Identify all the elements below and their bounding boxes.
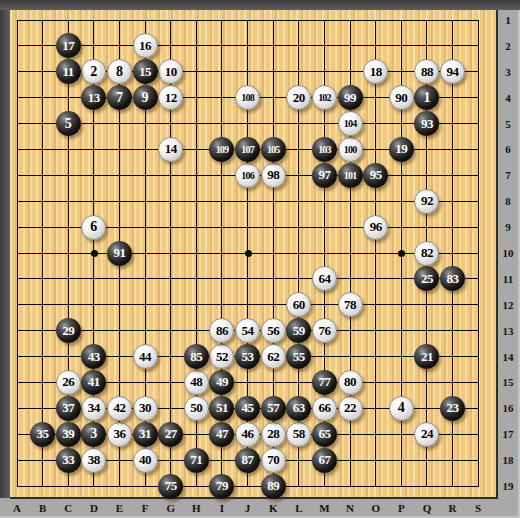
row-label-5: 5 <box>498 117 518 131</box>
column-label-G: G <box>162 501 180 515</box>
row-label-6: 6 <box>498 142 518 156</box>
stone-85-H14[interactable]: 85 <box>184 344 209 369</box>
stone-101-N7[interactable]: 101 <box>338 163 363 188</box>
column-label-D: D <box>85 501 103 515</box>
row-label-2: 2 <box>498 39 518 53</box>
stone-14-G6[interactable]: 14 <box>158 137 183 162</box>
grid-line-horizontal <box>17 201 479 202</box>
stone-20-L4[interactable]: 20 <box>286 85 311 110</box>
row-label-10: 10 <box>498 246 518 260</box>
stone-71-H18[interactable]: 71 <box>184 448 209 473</box>
go-board[interactable]: 1234567891011121314151617181920212223242… <box>10 10 498 499</box>
stone-63-L16[interactable]: 63 <box>286 396 311 421</box>
column-label-M: M <box>315 501 333 515</box>
grid-line-horizontal <box>17 304 479 305</box>
stone-95-O7[interactable]: 95 <box>363 163 388 188</box>
stone-57-K16[interactable]: 57 <box>261 396 286 421</box>
stone-13-D4[interactable]: 13 <box>81 85 106 110</box>
grid-line-horizontal <box>17 45 479 46</box>
stone-102-M4[interactable]: 102 <box>312 85 337 110</box>
stone-2-D3[interactable]: 2 <box>81 59 106 84</box>
stone-79-I19[interactable]: 79 <box>209 474 234 499</box>
row-label-15: 15 <box>498 375 518 389</box>
stone-34-D16[interactable]: 34 <box>81 396 106 421</box>
frame-left-edge <box>0 10 10 498</box>
column-label-Q: Q <box>418 501 436 515</box>
column-label-O: O <box>367 501 385 515</box>
row-label-1: 1 <box>498 13 518 27</box>
grid-line-vertical <box>17 20 18 487</box>
stone-80-N15[interactable]: 80 <box>338 370 363 395</box>
stone-45-J16[interactable]: 45 <box>235 396 260 421</box>
grid-line-horizontal <box>17 123 479 124</box>
stone-37-C16[interactable]: 37 <box>56 396 81 421</box>
stone-19-P6[interactable]: 19 <box>389 137 414 162</box>
row-label-14: 14 <box>498 350 518 364</box>
column-label-P: P <box>392 501 410 515</box>
stone-5-C5[interactable]: 5 <box>56 111 81 136</box>
stone-17-C2[interactable]: 17 <box>56 33 81 58</box>
stone-87-J18[interactable]: 87 <box>235 448 260 473</box>
stone-94-R3[interactable]: 94 <box>440 59 465 84</box>
stone-104-N5[interactable]: 104 <box>338 111 363 136</box>
stone-77-M15[interactable]: 77 <box>312 370 337 395</box>
stone-44-F14[interactable]: 44 <box>133 344 158 369</box>
grid-line-vertical <box>478 20 479 487</box>
stone-50-H16[interactable]: 50 <box>184 396 209 421</box>
grid-line-horizontal <box>17 20 479 21</box>
star-point <box>91 250 98 257</box>
row-label-12: 12 <box>498 298 518 312</box>
stone-93-Q5[interactable]: 93 <box>414 111 439 136</box>
stone-22-N16[interactable]: 22 <box>338 396 363 421</box>
stone-28-K17[interactable]: 28 <box>261 422 286 447</box>
stone-33-C18[interactable]: 33 <box>56 448 81 473</box>
stone-25-Q11[interactable]: 25 <box>414 266 439 291</box>
row-label-8: 8 <box>498 194 518 208</box>
stone-12-G4[interactable]: 12 <box>158 85 183 110</box>
stone-98-K7[interactable]: 98 <box>261 163 286 188</box>
go-diagram-window: 1234567891011121314151617181920212223242… <box>0 0 520 518</box>
column-label-I: I <box>213 501 231 515</box>
stone-60-L12[interactable]: 60 <box>286 292 311 317</box>
column-label-J: J <box>239 501 257 515</box>
stone-54-J13[interactable]: 54 <box>235 318 260 343</box>
stone-4-P16[interactable]: 4 <box>389 396 414 421</box>
column-label-H: H <box>187 501 205 515</box>
stone-42-E16[interactable]: 42 <box>107 396 132 421</box>
stone-106-J7[interactable]: 106 <box>235 163 260 188</box>
stone-29-C13[interactable]: 29 <box>56 318 81 343</box>
stone-31-F17[interactable]: 31 <box>133 422 158 447</box>
column-label-E: E <box>110 501 128 515</box>
stone-108-J4[interactable]: 108 <box>235 85 260 110</box>
stone-1-Q4[interactable]: 1 <box>414 85 439 110</box>
stone-91-E10[interactable]: 91 <box>107 241 132 266</box>
stone-10-G3[interactable]: 10 <box>158 59 183 84</box>
stone-100-N6[interactable]: 100 <box>338 137 363 162</box>
stone-24-Q17[interactable]: 24 <box>414 422 439 447</box>
stone-107-J6[interactable]: 107 <box>235 137 260 162</box>
stone-86-I13[interactable]: 86 <box>209 318 234 343</box>
frame-top-edge <box>0 0 520 10</box>
stone-9-F4[interactable]: 9 <box>133 85 158 110</box>
column-label-F: F <box>136 501 154 515</box>
stone-39-C17[interactable]: 39 <box>56 422 81 447</box>
stone-89-K19[interactable]: 89 <box>261 474 286 499</box>
stone-15-F3[interactable]: 15 <box>133 59 158 84</box>
column-label-K: K <box>264 501 282 515</box>
stone-52-I14[interactable]: 52 <box>209 344 234 369</box>
row-label-18: 18 <box>498 453 518 467</box>
stone-16-F2[interactable]: 16 <box>133 33 158 58</box>
stone-88-Q3[interactable]: 88 <box>414 59 439 84</box>
stone-64-M11[interactable]: 64 <box>312 266 337 291</box>
stone-8-E3[interactable]: 8 <box>107 59 132 84</box>
stone-83-R11[interactable]: 83 <box>440 266 465 291</box>
stone-18-O3[interactable]: 18 <box>363 59 388 84</box>
stone-23-R16[interactable]: 23 <box>440 396 465 421</box>
stone-109-I6[interactable]: 109 <box>209 137 234 162</box>
stone-97-M7[interactable]: 97 <box>312 163 337 188</box>
stone-46-J17[interactable]: 46 <box>235 422 260 447</box>
stone-27-G17[interactable]: 27 <box>158 422 183 447</box>
stone-67-M18[interactable]: 67 <box>312 448 337 473</box>
stone-6-D9[interactable]: 6 <box>81 215 106 240</box>
row-label-13: 13 <box>498 324 518 338</box>
stone-38-D18[interactable]: 38 <box>81 448 106 473</box>
stone-62-K14[interactable]: 62 <box>261 344 286 369</box>
star-point <box>398 250 405 257</box>
row-label-11: 11 <box>498 272 518 286</box>
stone-40-F18[interactable]: 40 <box>133 448 158 473</box>
grid-line-vertical <box>375 20 376 487</box>
column-label-B: B <box>34 501 52 515</box>
stone-82-Q10[interactable]: 82 <box>414 241 439 266</box>
stone-99-N4[interactable]: 99 <box>338 85 363 110</box>
row-label-9: 9 <box>498 220 518 234</box>
stone-70-K18[interactable]: 70 <box>261 448 286 473</box>
stone-53-J14[interactable]: 53 <box>235 344 260 369</box>
grid-line-horizontal <box>17 486 479 487</box>
stone-55-L14[interactable]: 55 <box>286 344 311 369</box>
stone-76-M13[interactable]: 76 <box>312 318 337 343</box>
stone-47-I17[interactable]: 47 <box>209 422 234 447</box>
stone-21-Q14[interactable]: 21 <box>414 344 439 369</box>
stone-75-G19[interactable]: 75 <box>158 474 183 499</box>
row-label-3: 3 <box>498 65 518 79</box>
grid-line-horizontal <box>17 278 479 279</box>
stone-56-K13[interactable]: 56 <box>261 318 286 343</box>
stone-105-K6[interactable]: 105 <box>261 137 286 162</box>
stone-58-L17[interactable]: 58 <box>286 422 311 447</box>
stone-65-M17[interactable]: 65 <box>312 422 337 447</box>
stone-30-F16[interactable]: 30 <box>133 396 158 421</box>
column-label-S: S <box>469 501 487 515</box>
stone-66-M16[interactable]: 66 <box>312 396 337 421</box>
column-label-N: N <box>341 501 359 515</box>
column-label-C: C <box>59 501 77 515</box>
stone-92-Q8[interactable]: 92 <box>414 189 439 214</box>
column-label-A: A <box>8 501 26 515</box>
stone-7-E4[interactable]: 7 <box>107 85 132 110</box>
stone-96-O9[interactable]: 96 <box>363 215 388 240</box>
stone-11-C3[interactable]: 11 <box>56 59 81 84</box>
stone-48-H15[interactable]: 48 <box>184 370 209 395</box>
column-label-L: L <box>290 501 308 515</box>
stone-59-L13[interactable]: 59 <box>286 318 311 343</box>
stone-43-D14[interactable]: 43 <box>81 344 106 369</box>
stone-103-M6[interactable]: 103 <box>312 137 337 162</box>
stone-41-D15[interactable]: 41 <box>81 370 106 395</box>
row-label-16: 16 <box>498 401 518 415</box>
stone-90-P4[interactable]: 90 <box>389 85 414 110</box>
stone-35-B17[interactable]: 35 <box>30 422 55 447</box>
stone-3-D17[interactable]: 3 <box>81 422 106 447</box>
star-point <box>245 250 252 257</box>
row-label-4: 4 <box>498 91 518 105</box>
row-label-7: 7 <box>498 168 518 182</box>
stone-51-I16[interactable]: 51 <box>209 396 234 421</box>
column-label-R: R <box>444 501 462 515</box>
grid-line-vertical <box>42 20 43 487</box>
row-label-19: 19 <box>498 479 518 493</box>
stone-49-I15[interactable]: 49 <box>209 370 234 395</box>
stone-36-E17[interactable]: 36 <box>107 422 132 447</box>
row-label-17: 17 <box>498 427 518 441</box>
stone-26-C15[interactable]: 26 <box>56 370 81 395</box>
stone-78-N12[interactable]: 78 <box>338 292 363 317</box>
